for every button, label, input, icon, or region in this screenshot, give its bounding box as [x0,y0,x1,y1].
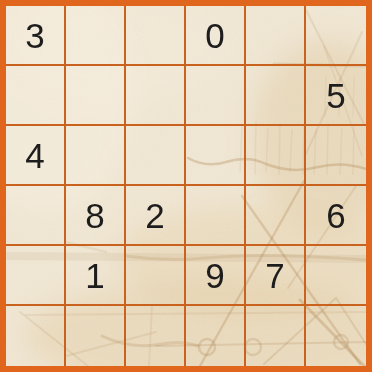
cell-r3c3[interactable] [126,126,186,186]
cell-r3c2[interactable] [66,126,126,186]
cell-r1c2[interactable] [66,6,126,66]
cell-r2c2[interactable] [66,66,126,126]
cell-r5c1[interactable] [6,246,66,306]
cell-r3c6[interactable] [306,126,366,186]
cell-r4c5[interactable] [246,186,306,246]
given-digit: 7 [265,258,284,293]
cell-r3c1[interactable]: 4 [6,126,66,186]
cell-r4c2[interactable]: 8 [66,186,126,246]
cell-r5c6[interactable] [306,246,366,306]
cell-r2c6[interactable]: 5 [306,66,366,126]
cell-r2c3[interactable] [126,66,186,126]
puzzle-board: 3054826197 [0,0,372,372]
given-digit: 6 [326,198,345,233]
cell-r6c5[interactable] [246,306,306,366]
cell-r3c5[interactable] [246,126,306,186]
cell-r6c4[interactable] [186,306,246,366]
puzzle-grid: 3054826197 [6,6,366,366]
given-digit: 2 [145,198,164,233]
given-digit: 0 [205,18,224,53]
cell-r4c1[interactable] [6,186,66,246]
cell-r6c6[interactable] [306,306,366,366]
cell-r4c4[interactable] [186,186,246,246]
given-digit: 9 [205,258,224,293]
cell-r1c1[interactable]: 3 [6,6,66,66]
cell-r6c2[interactable] [66,306,126,366]
cell-r2c1[interactable] [6,66,66,126]
cell-r6c1[interactable] [6,306,66,366]
cell-r2c5[interactable] [246,66,306,126]
given-digit: 5 [326,78,345,113]
cell-r5c3[interactable] [126,246,186,306]
cell-r1c3[interactable] [126,6,186,66]
given-digit: 4 [25,138,44,173]
cell-r5c2[interactable]: 1 [66,246,126,306]
cell-r1c6[interactable] [306,6,366,66]
cell-r3c4[interactable] [186,126,246,186]
given-digit: 1 [85,258,104,293]
cell-r1c4[interactable]: 0 [186,6,246,66]
cell-r2c4[interactable] [186,66,246,126]
given-digit: 3 [25,18,44,53]
cell-r1c5[interactable] [246,6,306,66]
cell-r4c3[interactable]: 2 [126,186,186,246]
cell-r5c4[interactable]: 9 [186,246,246,306]
cell-r6c3[interactable] [126,306,186,366]
cell-r4c6[interactable]: 6 [306,186,366,246]
given-digit: 8 [85,198,104,233]
cell-r5c5[interactable]: 7 [246,246,306,306]
